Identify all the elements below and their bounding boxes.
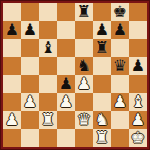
- square-h7[interactable]: [129, 21, 147, 39]
- square-h5[interactable]: ♟: [129, 57, 147, 75]
- square-c7[interactable]: [39, 21, 57, 39]
- square-e1[interactable]: [75, 129, 93, 147]
- white-bishop-h3: ♝: [129, 93, 147, 111]
- square-g1[interactable]: [111, 129, 129, 147]
- square-e4[interactable]: ♟: [75, 75, 93, 93]
- square-h2[interactable]: ♟: [129, 111, 147, 129]
- square-a5[interactable]: [3, 57, 21, 75]
- square-a8[interactable]: [3, 3, 21, 21]
- square-a2[interactable]: ♟: [3, 111, 21, 129]
- black-king-g8: ♚: [111, 3, 129, 21]
- black-pawn-d4: ♟: [57, 75, 75, 93]
- black-pawn-h5: ♟: [129, 57, 147, 75]
- square-b2[interactable]: [21, 111, 39, 129]
- square-b5[interactable]: [21, 57, 39, 75]
- square-g5[interactable]: ♛: [111, 57, 129, 75]
- square-d3[interactable]: ♟: [57, 93, 75, 111]
- white-knight-f2: ♞: [93, 111, 111, 129]
- black-rook-f6: ♜: [93, 39, 111, 57]
- square-b6[interactable]: [21, 39, 39, 57]
- square-h1[interactable]: ♚: [129, 129, 147, 147]
- square-g4[interactable]: [111, 75, 129, 93]
- white-pawn-a2: ♟: [3, 111, 21, 129]
- square-f8[interactable]: [93, 3, 111, 21]
- square-b4[interactable]: [21, 75, 39, 93]
- square-c8[interactable]: [39, 3, 57, 21]
- white-pawn-d3: ♟: [57, 93, 75, 111]
- board-frame: ♜♚♟♟♟♟♝♜♞♛♟♟♟♟♟♟♝♟♜♛♞♟♜♚: [0, 0, 150, 150]
- square-c2[interactable]: ♜: [39, 111, 57, 129]
- white-rook-c2: ♜: [39, 111, 57, 129]
- square-a6[interactable]: [3, 39, 21, 57]
- square-a4[interactable]: [3, 75, 21, 93]
- black-pawn-g7: ♟: [111, 21, 129, 39]
- square-h6[interactable]: [129, 39, 147, 57]
- square-f4[interactable]: [93, 75, 111, 93]
- square-d6[interactable]: [57, 39, 75, 57]
- square-e7[interactable]: [75, 21, 93, 39]
- black-rook-e8: ♜: [75, 3, 93, 21]
- square-b7[interactable]: ♟: [21, 21, 39, 39]
- square-a3[interactable]: [3, 93, 21, 111]
- square-b3[interactable]: ♟: [21, 93, 39, 111]
- square-h4[interactable]: [129, 75, 147, 93]
- square-c1[interactable]: [39, 129, 57, 147]
- square-e3[interactable]: [75, 93, 93, 111]
- white-queen-e2: ♛: [75, 111, 93, 129]
- white-rook-f1: ♜: [93, 129, 111, 147]
- chess-board: ♜♚♟♟♟♟♝♜♞♛♟♟♟♟♟♟♝♟♜♛♞♟♜♚: [3, 3, 147, 147]
- square-c3[interactable]: [39, 93, 57, 111]
- square-g8[interactable]: ♚: [111, 3, 129, 21]
- white-pawn-e4: ♟: [75, 75, 93, 93]
- square-e6[interactable]: [75, 39, 93, 57]
- black-pawn-b7: ♟: [21, 21, 39, 39]
- square-g6[interactable]: [111, 39, 129, 57]
- square-f3[interactable]: [93, 93, 111, 111]
- black-knight-e5: ♞: [75, 57, 93, 75]
- square-h8[interactable]: [129, 3, 147, 21]
- square-f1[interactable]: ♜: [93, 129, 111, 147]
- square-d1[interactable]: [57, 129, 75, 147]
- square-f2[interactable]: ♞: [93, 111, 111, 129]
- black-pawn-f7: ♟: [93, 21, 111, 39]
- square-f7[interactable]: ♟: [93, 21, 111, 39]
- square-f5[interactable]: [93, 57, 111, 75]
- black-bishop-c6: ♝: [39, 39, 57, 57]
- white-pawn-b3: ♟: [21, 93, 39, 111]
- white-king-h1: ♚: [129, 129, 147, 147]
- square-a7[interactable]: ♟: [3, 21, 21, 39]
- square-c5[interactable]: [39, 57, 57, 75]
- square-b8[interactable]: [21, 3, 39, 21]
- square-h3[interactable]: ♝: [129, 93, 147, 111]
- square-g7[interactable]: ♟: [111, 21, 129, 39]
- square-b1[interactable]: [21, 129, 39, 147]
- square-e8[interactable]: ♜: [75, 3, 93, 21]
- square-d4[interactable]: ♟: [57, 75, 75, 93]
- black-pawn-a7: ♟: [3, 21, 21, 39]
- white-pawn-g3: ♟: [111, 93, 129, 111]
- square-e5[interactable]: ♞: [75, 57, 93, 75]
- black-queen-g5: ♛: [111, 57, 129, 75]
- square-e2[interactable]: ♛: [75, 111, 93, 129]
- square-c6[interactable]: ♝: [39, 39, 57, 57]
- square-g3[interactable]: ♟: [111, 93, 129, 111]
- square-d7[interactable]: [57, 21, 75, 39]
- square-f6[interactable]: ♜: [93, 39, 111, 57]
- square-d2[interactable]: [57, 111, 75, 129]
- square-d8[interactable]: [57, 3, 75, 21]
- square-a1[interactable]: [3, 129, 21, 147]
- square-g2[interactable]: [111, 111, 129, 129]
- square-d5[interactable]: [57, 57, 75, 75]
- white-pawn-h2: ♟: [129, 111, 147, 129]
- square-c4[interactable]: [39, 75, 57, 93]
